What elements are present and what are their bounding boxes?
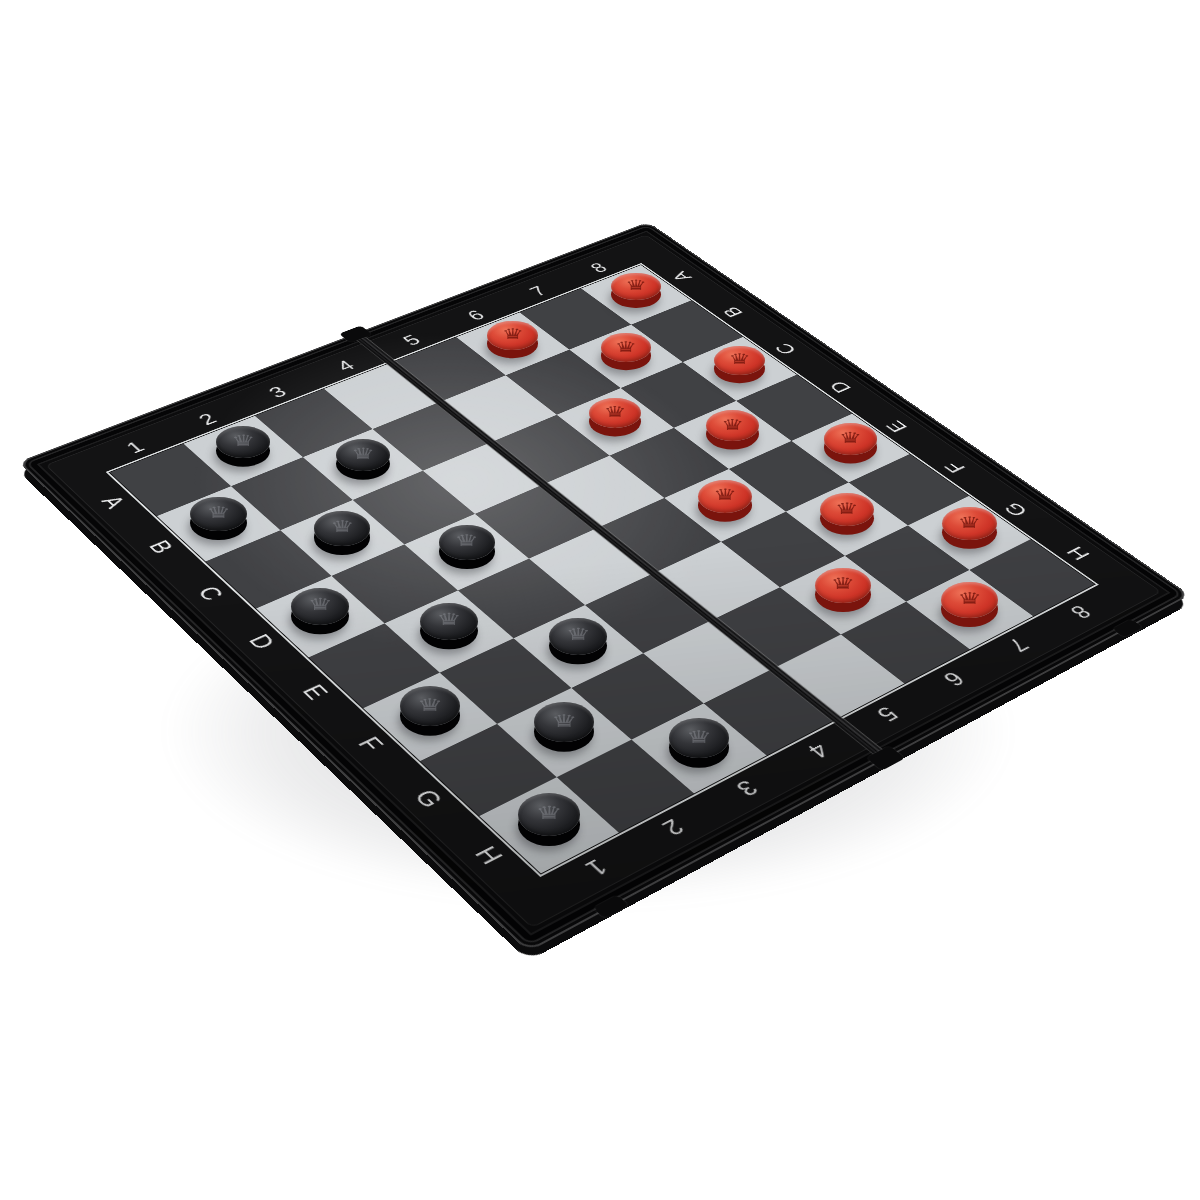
product-photo-scene: 88AA77BB66CC55DD44EE33FF22GG11HH ♛♛♛♛♛♛♛… bbox=[0, 0, 1200, 1200]
